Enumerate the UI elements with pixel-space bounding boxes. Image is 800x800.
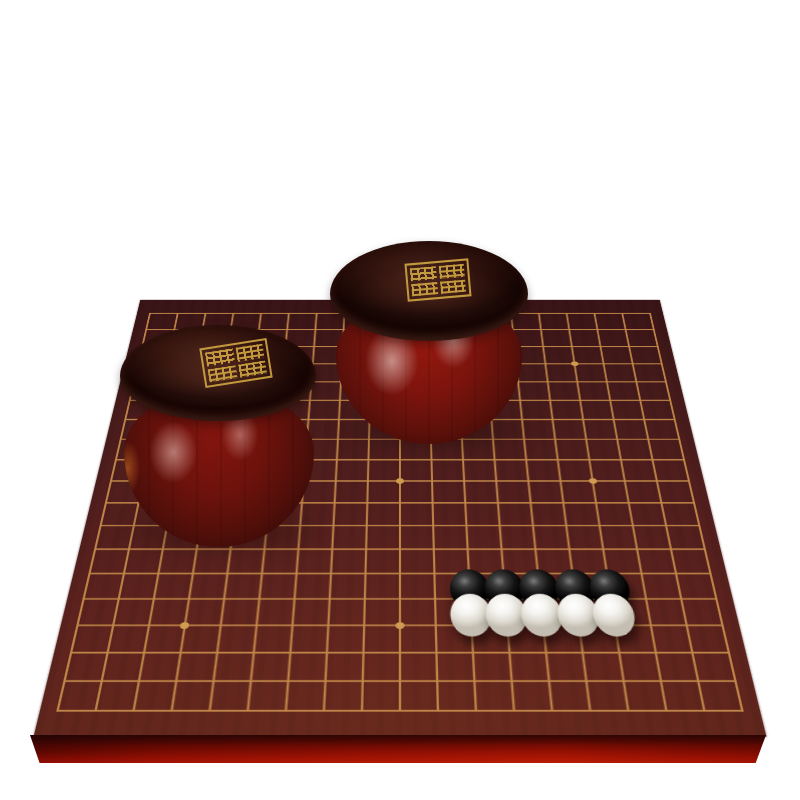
star-point — [396, 478, 404, 483]
seal-character — [440, 279, 466, 294]
go-set-photo — [0, 0, 800, 800]
bowl-seal — [404, 258, 471, 301]
bowl-lid — [330, 241, 528, 341]
seal-character — [208, 365, 237, 383]
bowl-lid — [120, 325, 316, 421]
stone-bowl-left — [118, 323, 320, 551]
star-point — [180, 622, 190, 629]
star-point — [396, 622, 405, 629]
seal-character — [411, 282, 437, 297]
stone-bowl-right — [328, 238, 530, 448]
stone-white-Q4[interactable] — [590, 593, 638, 636]
seal-character — [235, 344, 264, 362]
seal-character — [238, 360, 267, 378]
seal-character — [438, 264, 464, 279]
star-point — [588, 478, 597, 483]
star-point — [571, 362, 579, 366]
board-front-edge — [30, 735, 766, 763]
seal-character — [410, 266, 436, 281]
bowl-seal — [199, 338, 272, 388]
seal-character — [205, 348, 234, 366]
